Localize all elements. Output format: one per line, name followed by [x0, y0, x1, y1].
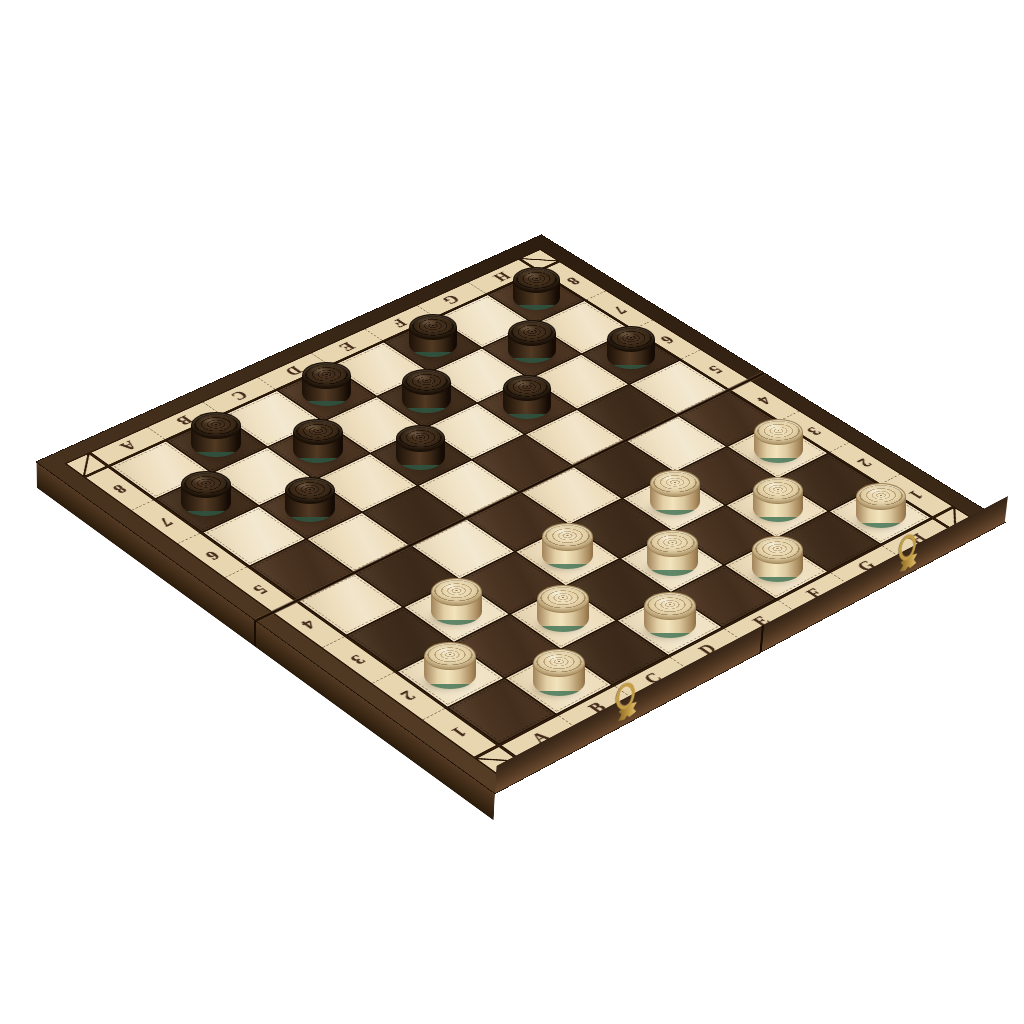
piece-top-face [533, 649, 586, 677]
checker-light-b3[interactable] [431, 578, 483, 625]
checker-dark-g7[interactable] [508, 320, 556, 363]
checker-dark-f8[interactable] [409, 314, 457, 357]
checker-dark-d8[interactable] [302, 362, 351, 406]
piece-top-face [396, 425, 446, 452]
checker-light-g2[interactable] [753, 477, 803, 522]
piece-top-face [753, 477, 803, 504]
checkers-pieces-layer [0, 0, 1024, 1024]
piece-top-face [542, 523, 593, 551]
checker-dark-h6[interactable] [607, 326, 655, 369]
piece-top-face [508, 320, 556, 346]
checker-light-d1[interactable] [644, 592, 696, 639]
piece-top-face [537, 585, 589, 613]
checker-light-h3[interactable] [754, 419, 803, 463]
piece-top-face [754, 419, 803, 446]
checker-light-c2[interactable] [537, 585, 589, 632]
piece-top-face [285, 477, 335, 504]
checker-light-d3[interactable] [542, 523, 593, 569]
checker-dark-h8[interactable] [513, 267, 560, 310]
checker-dark-c7[interactable] [293, 419, 343, 464]
piece-top-face [409, 314, 457, 340]
product-photo-stage: HGFEDCBA HGFEDCBA 87654321 87654321 [0, 0, 1024, 1024]
piece-top-face [513, 267, 560, 293]
piece-top-face [181, 471, 231, 498]
checker-light-a2[interactable] [424, 642, 477, 689]
checker-light-h1[interactable] [856, 483, 906, 528]
checker-light-e2[interactable] [647, 530, 698, 576]
piece-top-face [644, 592, 696, 620]
checker-dark-a7[interactable] [181, 471, 231, 516]
checker-dark-e7[interactable] [402, 369, 451, 413]
piece-top-face [647, 530, 698, 558]
checker-dark-d6[interactable] [396, 425, 446, 470]
checker-light-f3[interactable] [650, 470, 700, 515]
checker-dark-f6[interactable] [503, 375, 552, 419]
piece-top-face [650, 470, 700, 497]
piece-top-face [856, 483, 906, 510]
checker-dark-b8[interactable] [191, 412, 241, 457]
piece-top-face [191, 412, 241, 439]
checker-light-f1[interactable] [752, 536, 803, 582]
checker-dark-b6[interactable] [285, 477, 335, 522]
piece-top-face [302, 362, 351, 388]
piece-top-face [402, 369, 451, 395]
checker-light-b1[interactable] [533, 649, 586, 696]
piece-top-face [607, 326, 655, 352]
piece-top-face [752, 536, 803, 564]
